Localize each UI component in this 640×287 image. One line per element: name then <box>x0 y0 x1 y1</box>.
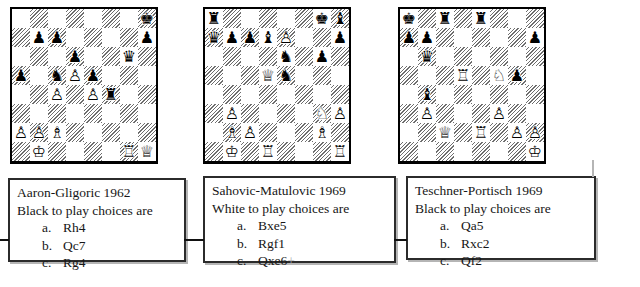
square-f7 <box>295 28 313 47</box>
square-f8 <box>295 9 313 28</box>
black-pawn-piece: ♟ <box>66 47 84 66</box>
choice-label: c. <box>237 252 258 270</box>
square-g6: ♟ <box>313 47 331 66</box>
square-c3 <box>48 104 66 123</box>
square-b3 <box>30 104 48 123</box>
square-c3 <box>241 104 259 123</box>
chess-diagram-2: ♜♚♝♛♟♟♝♟♙♟♞♟♛♕♞♟♙♞♘♟♙♝♗♟♙♝♗♚♔♜♖♜♖ <box>203 7 351 164</box>
square-e2 <box>277 123 295 142</box>
black-rook-piece: ♜ <box>472 9 490 28</box>
chess-diagram-1: ♚♟♟♟♟♛♟♞♟♙♟♟♙♟♙♜♟♙♟♙♝♗♚♔♜♖♛♕ <box>10 7 158 164</box>
square-h7: ♟ <box>138 28 156 47</box>
square-e1 <box>277 142 295 161</box>
square-b7: ♟ <box>30 28 48 47</box>
square-a1 <box>400 142 418 161</box>
square-c7 <box>436 28 454 47</box>
square-c5: ♞ <box>48 66 66 85</box>
white-queen-piece: ♛♕ <box>259 66 277 85</box>
black-pawn-piece: ♟ <box>12 66 30 85</box>
white-pawn-piece: ♟♙ <box>30 123 48 142</box>
black-pawn-piece: ♟ <box>400 28 418 47</box>
choice-a-1: a. Rh4 <box>42 219 178 237</box>
square-f5: ♞♘ <box>490 66 508 85</box>
choice-label: a. <box>42 219 63 237</box>
square-f3: ♟♙ <box>490 104 508 123</box>
square-a8 <box>12 9 30 28</box>
square-e7: ♟♙ <box>277 28 295 47</box>
black-queen-piece: ♛ <box>418 47 436 66</box>
square-h4 <box>138 85 156 104</box>
square-g4 <box>313 85 331 104</box>
square-f7 <box>490 28 508 47</box>
square-g2: ♟♙ <box>508 123 526 142</box>
square-h2: ♟♙ <box>526 123 544 142</box>
white-pawn-piece: ♟♙ <box>48 85 66 104</box>
side-to-play-1: Black to play choices are <box>17 202 178 220</box>
square-g3 <box>120 104 138 123</box>
square-d3 <box>259 104 277 123</box>
choice-c-1: c. Rg4 <box>42 254 178 272</box>
square-h6 <box>138 47 156 66</box>
square-c8 <box>48 9 66 28</box>
square-g4 <box>120 85 138 104</box>
square-f1 <box>490 142 508 161</box>
side-to-play-2: White to play choices are <box>212 200 388 218</box>
square-a8: ♚ <box>400 9 418 28</box>
square-b8 <box>30 9 48 28</box>
connector-line-mid-2 <box>394 239 407 241</box>
square-e4: ♟♙ <box>84 85 102 104</box>
square-d5: ♜♖ <box>454 66 472 85</box>
black-king-piece: ♚ <box>400 9 418 28</box>
black-pawn-piece: ♟ <box>48 28 66 47</box>
square-c6 <box>241 47 259 66</box>
square-d6 <box>259 47 277 66</box>
square-b8 <box>223 9 241 28</box>
square-g8: ♚ <box>313 9 331 28</box>
white-pawn-piece: ♟♙ <box>12 123 30 142</box>
square-c4 <box>241 85 259 104</box>
choice-c-2: c. Qxe6 + <box>237 252 388 270</box>
square-h3 <box>138 104 156 123</box>
choice-move: Qf2 <box>461 252 482 270</box>
square-d4 <box>454 85 472 104</box>
square-f4: ♜ <box>102 85 120 104</box>
square-b8 <box>418 9 436 28</box>
black-bishop-piece: ♝ <box>259 28 277 47</box>
black-rook-piece: ♜ <box>102 85 120 104</box>
square-b6 <box>30 47 48 66</box>
square-b2 <box>418 123 436 142</box>
square-a3 <box>400 104 418 123</box>
square-h3 <box>526 104 544 123</box>
square-d8 <box>66 9 84 28</box>
square-e1 <box>84 142 102 161</box>
square-e3 <box>472 104 490 123</box>
square-b2: ♟♙ <box>30 123 48 142</box>
choice-move: Qxe6 <box>258 252 287 270</box>
square-c5 <box>436 66 454 85</box>
square-h7: ♟ <box>331 28 349 47</box>
choice-suffix: + <box>287 252 295 270</box>
square-b1 <box>418 142 436 161</box>
square-f1 <box>102 142 120 161</box>
square-d1 <box>66 142 84 161</box>
square-d6: ♟ <box>66 47 84 66</box>
side-to-play-3: Black to play choices are <box>415 200 588 218</box>
square-d7 <box>454 28 472 47</box>
square-c1 <box>241 142 259 161</box>
square-e5: ♟ <box>84 66 102 85</box>
square-b5 <box>418 66 436 85</box>
square-d3 <box>66 104 84 123</box>
square-c8 <box>241 9 259 28</box>
choice-label: a. <box>440 217 461 235</box>
square-c6 <box>48 47 66 66</box>
black-rook-piece: ♜ <box>205 9 223 28</box>
white-rook-piece: ♜♖ <box>331 142 349 161</box>
square-c1 <box>436 142 454 161</box>
square-f2 <box>102 123 120 142</box>
square-b4: ♝ <box>418 85 436 104</box>
square-e3 <box>84 104 102 123</box>
square-a8: ♜ <box>205 9 223 28</box>
white-pawn-piece: ♟♙ <box>490 104 508 123</box>
black-pawn-piece: ♟ <box>526 28 544 47</box>
square-g7 <box>508 28 526 47</box>
square-g1 <box>313 142 331 161</box>
square-d2 <box>66 123 84 142</box>
choice-a-2: a. Bxe5 <box>237 217 388 235</box>
square-g6 <box>508 47 526 66</box>
square-d6 <box>454 47 472 66</box>
square-c1 <box>48 142 66 161</box>
square-d5: ♟♙ <box>66 66 84 85</box>
square-e2 <box>84 123 102 142</box>
black-pawn-piece: ♟ <box>138 28 156 47</box>
square-e4 <box>472 85 490 104</box>
square-h2 <box>138 123 156 142</box>
square-e6 <box>472 47 490 66</box>
black-pawn-piece: ♟ <box>508 66 526 85</box>
square-h4 <box>331 85 349 104</box>
square-f5 <box>102 66 120 85</box>
square-f6 <box>102 47 120 66</box>
white-pawn-piece: ♟♙ <box>508 123 526 142</box>
square-g1 <box>508 142 526 161</box>
square-h1: ♜♖ <box>331 142 349 161</box>
square-e5: ♞ <box>277 66 295 85</box>
choice-move: Rg4 <box>63 254 86 272</box>
square-e8 <box>84 9 102 28</box>
square-h2 <box>331 123 349 142</box>
square-h4 <box>526 85 544 104</box>
caption-box-2: Sahovic-Matulovic 1969 White to play cho… <box>203 176 396 263</box>
choice-label: c. <box>42 254 63 272</box>
square-b1: ♚♔ <box>30 142 48 161</box>
caption-box-3: Teschner-Portisch 1969 Black to play cho… <box>406 176 596 260</box>
square-d3 <box>454 104 472 123</box>
square-g3: ♞♘ <box>313 104 331 123</box>
square-c7: ♟ <box>48 28 66 47</box>
choice-label: a. <box>237 217 258 235</box>
choice-b-2: b. Rgf1 <box>237 235 388 253</box>
square-f1 <box>295 142 313 161</box>
square-a6 <box>205 47 223 66</box>
black-pawn-piece: ♟ <box>418 28 436 47</box>
square-h8 <box>526 9 544 28</box>
square-f8 <box>102 9 120 28</box>
square-h8: ♚ <box>138 9 156 28</box>
square-d8 <box>454 9 472 28</box>
square-e7 <box>472 28 490 47</box>
game-title-2: Sahovic-Matulovic 1969 <box>212 182 388 200</box>
square-b5 <box>223 66 241 85</box>
square-g7 <box>120 28 138 47</box>
square-e8 <box>277 9 295 28</box>
square-a7: ♟ <box>400 28 418 47</box>
choice-move: Rxc2 <box>461 235 490 253</box>
square-a1 <box>12 142 30 161</box>
square-a6 <box>12 47 30 66</box>
square-c2: ♛♕ <box>436 123 454 142</box>
square-e4 <box>277 85 295 104</box>
square-a2: ♟♙ <box>12 123 30 142</box>
choice-move: Qc7 <box>63 237 86 255</box>
square-h7: ♟ <box>526 28 544 47</box>
square-a5 <box>205 66 223 85</box>
white-bishop-piece: ♝♗ <box>223 123 241 142</box>
square-g4 <box>508 85 526 104</box>
white-pawn-piece: ♟♙ <box>223 104 241 123</box>
square-f2 <box>295 123 313 142</box>
black-knight-piece: ♞ <box>48 66 66 85</box>
white-king-piece: ♚♔ <box>223 142 241 161</box>
white-queen-piece: ♛♕ <box>436 123 454 142</box>
square-h3: ♟♙ <box>331 104 349 123</box>
square-a7 <box>12 28 30 47</box>
square-b7: ♟ <box>418 28 436 47</box>
square-g5 <box>120 66 138 85</box>
square-a2 <box>205 123 223 142</box>
white-pawn-piece: ♟♙ <box>526 123 544 142</box>
square-c3 <box>436 104 454 123</box>
square-h6 <box>331 47 349 66</box>
square-a5: ♟ <box>12 66 30 85</box>
white-knight-piece: ♞♘ <box>313 104 331 123</box>
black-rook-piece: ♜ <box>436 9 454 28</box>
square-e2: ♜♖ <box>472 123 490 142</box>
square-b5 <box>30 66 48 85</box>
choice-move: Rgf1 <box>258 235 285 253</box>
square-a4 <box>400 85 418 104</box>
black-pawn-piece: ♟ <box>241 28 259 47</box>
square-c2: ♝♗ <box>48 123 66 142</box>
black-king-piece: ♚ <box>138 9 156 28</box>
white-bishop-piece: ♝♗ <box>313 123 331 142</box>
square-a3 <box>12 104 30 123</box>
game-title-3: Teschner-Portisch 1969 <box>415 182 588 200</box>
black-pawn-piece: ♟ <box>331 28 349 47</box>
square-c7: ♟ <box>241 28 259 47</box>
choice-move: Qa5 <box>461 217 484 235</box>
square-c4: ♟♙ <box>48 85 66 104</box>
square-e3 <box>277 104 295 123</box>
square-g5 <box>313 66 331 85</box>
square-b3: ♟♙ <box>418 104 436 123</box>
white-rook-piece: ♜♖ <box>120 142 138 161</box>
square-f5 <box>295 66 313 85</box>
square-d2 <box>454 123 472 142</box>
square-b2: ♝♗ <box>223 123 241 142</box>
white-bishop-piece: ♝♗ <box>48 123 66 142</box>
square-h1: ♛♕ <box>138 142 156 161</box>
square-d8 <box>259 9 277 28</box>
choice-b-1: b. Qc7 <box>42 237 178 255</box>
black-knight-piece: ♞ <box>277 47 295 66</box>
white-rook-piece: ♜♖ <box>454 66 472 85</box>
square-g5: ♟ <box>508 66 526 85</box>
square-f4 <box>295 85 313 104</box>
square-a7: ♛ <box>205 28 223 47</box>
white-rook-piece: ♜♖ <box>472 123 490 142</box>
black-queen-piece: ♛ <box>205 28 223 47</box>
square-h8: ♝ <box>331 9 349 28</box>
black-queen-piece: ♛ <box>120 47 138 66</box>
square-a4 <box>205 85 223 104</box>
square-c5 <box>241 66 259 85</box>
black-pawn-piece: ♟ <box>30 28 48 47</box>
square-d1 <box>454 142 472 161</box>
white-rook-piece: ♜♖ <box>259 142 277 161</box>
choice-label: b. <box>440 235 461 253</box>
black-pawn-piece: ♟ <box>84 66 102 85</box>
choice-label: b. <box>42 237 63 255</box>
white-knight-piece: ♞♘ <box>490 66 508 85</box>
square-c8: ♜ <box>436 9 454 28</box>
choice-c-3: c. Qf2 <box>440 252 588 270</box>
square-b6 <box>223 47 241 66</box>
square-h6 <box>526 47 544 66</box>
square-e8: ♜ <box>472 9 490 28</box>
white-king-piece: ♚♔ <box>526 142 544 161</box>
square-e6: ♞ <box>277 47 295 66</box>
black-knight-piece: ♞ <box>277 66 295 85</box>
square-e5 <box>472 66 490 85</box>
white-pawn-piece: ♟♙ <box>277 28 295 47</box>
caption-box-1: Aaron-Gligoric 1962 Black to play choice… <box>8 178 186 262</box>
chess-worksheet: { "game": "chess", "position": [ "7k/1pp… <box>0 0 640 287</box>
black-pawn-piece: ♟ <box>313 47 331 66</box>
square-d2 <box>259 123 277 142</box>
square-a3 <box>205 104 223 123</box>
square-g1: ♜♖ <box>120 142 138 161</box>
square-b4 <box>223 85 241 104</box>
square-g2: ♝♗ <box>313 123 331 142</box>
white-pawn-piece: ♟♙ <box>84 85 102 104</box>
square-f8 <box>490 9 508 28</box>
square-h5 <box>526 66 544 85</box>
square-c6 <box>436 47 454 66</box>
square-e1 <box>472 142 490 161</box>
square-c2: ♟♙ <box>241 123 259 142</box>
square-f4 <box>490 85 508 104</box>
square-h5 <box>138 66 156 85</box>
square-f7 <box>102 28 120 47</box>
square-d5: ♛♕ <box>259 66 277 85</box>
square-b4 <box>30 85 48 104</box>
square-b3: ♟♙ <box>223 104 241 123</box>
connector-line-mid-1 <box>184 239 204 241</box>
square-d7: ♝ <box>259 28 277 47</box>
square-d1: ♜♖ <box>259 142 277 161</box>
square-d4 <box>66 85 84 104</box>
square-d4 <box>259 85 277 104</box>
white-queen-piece: ♛♕ <box>138 142 156 161</box>
square-g2 <box>120 123 138 142</box>
white-pawn-piece: ♟♙ <box>418 104 436 123</box>
connector-tick-right <box>592 160 594 177</box>
white-pawn-piece: ♟♙ <box>241 123 259 142</box>
square-b7: ♟ <box>223 28 241 47</box>
square-h1: ♚♔ <box>526 142 544 161</box>
black-pawn-piece: ♟ <box>223 28 241 47</box>
choice-label: c. <box>440 252 461 270</box>
black-king-piece: ♚ <box>313 9 331 28</box>
square-g6: ♛ <box>120 47 138 66</box>
black-bishop-piece: ♝ <box>331 9 349 28</box>
square-f6 <box>490 47 508 66</box>
square-f3 <box>102 104 120 123</box>
square-f2 <box>490 123 508 142</box>
chess-diagram-3: ♚♜♜♟♟♟♛♜♖♞♘♟♝♟♙♟♙♛♕♜♖♟♙♟♙♚♔ <box>398 7 546 164</box>
square-a6 <box>400 47 418 66</box>
square-e6 <box>84 47 102 66</box>
square-f6 <box>295 47 313 66</box>
black-bishop-piece: ♝ <box>418 85 436 104</box>
square-f3 <box>295 104 313 123</box>
square-e7 <box>84 28 102 47</box>
square-a4 <box>12 85 30 104</box>
square-h5 <box>331 66 349 85</box>
connector-line-left <box>0 239 9 241</box>
square-g7 <box>313 28 331 47</box>
game-title-1: Aaron-Gligoric 1962 <box>17 184 178 202</box>
square-d7 <box>66 28 84 47</box>
square-g8 <box>508 9 526 28</box>
choice-a-3: a. Qa5 <box>440 217 588 235</box>
square-b1: ♚♔ <box>223 142 241 161</box>
white-king-piece: ♚♔ <box>30 142 48 161</box>
square-g3 <box>508 104 526 123</box>
white-pawn-piece: ♟♙ <box>66 66 84 85</box>
square-a5 <box>400 66 418 85</box>
choice-b-3: b. Rxc2 <box>440 235 588 253</box>
square-g8 <box>120 9 138 28</box>
square-c4 <box>436 85 454 104</box>
choice-move: Bxe5 <box>258 217 287 235</box>
choice-label: b. <box>237 235 258 253</box>
square-b6: ♛ <box>418 47 436 66</box>
square-a2 <box>400 123 418 142</box>
white-pawn-piece: ♟♙ <box>331 104 349 123</box>
choice-move: Rh4 <box>63 219 86 237</box>
square-a1 <box>205 142 223 161</box>
